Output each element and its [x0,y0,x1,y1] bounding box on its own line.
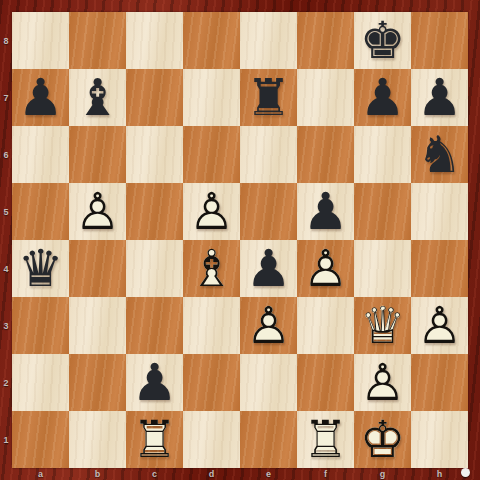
square-h5[interactable] [411,183,468,240]
square-b8[interactable] [69,12,126,69]
square-a3[interactable] [12,297,69,354]
white-piece-outline-glyph: ♙ [411,297,468,354]
white-pawn-piece[interactable]: ♟♙ [411,297,468,354]
square-c5[interactable] [126,183,183,240]
white-piece-outline-glyph: ♖ [126,411,183,468]
white-piece-outline-glyph: ♙ [297,240,354,297]
file-label-e: e [240,468,297,480]
square-c7[interactable] [126,69,183,126]
square-f7[interactable] [297,69,354,126]
black-piece-glyph: ♟ [126,354,183,411]
white-rook-piece[interactable]: ♜♖ [297,411,354,468]
rank-label-5: 5 [0,183,12,240]
file-label-c: c [126,468,183,480]
white-piece-outline-glyph: ♙ [69,183,126,240]
white-king-piece[interactable]: ♚♔ [354,411,411,468]
square-e8[interactable] [240,12,297,69]
square-g4[interactable] [354,240,411,297]
black-piece-glyph: ♟ [354,69,411,126]
square-e5[interactable] [240,183,297,240]
file-label-d: d [183,468,240,480]
square-c4[interactable] [126,240,183,297]
white-piece-outline-glyph: ♙ [354,354,411,411]
file-label-b: b [69,468,126,480]
black-pawn-piece[interactable]: ♟ [12,69,69,126]
black-queen-piece[interactable]: ♛ [12,240,69,297]
rank-label-4: 4 [0,240,12,297]
square-a4[interactable]: ♛ [12,240,69,297]
square-a8[interactable] [12,12,69,69]
square-a1[interactable] [12,411,69,468]
square-h7[interactable]: ♟ [411,69,468,126]
file-label-g: g [354,468,411,480]
rank-label-2: 2 [0,354,12,411]
square-f8[interactable] [297,12,354,69]
white-piece-outline-glyph: ♙ [240,297,297,354]
square-g3[interactable]: ♛♕ [354,297,411,354]
square-b7[interactable]: ♝ [69,69,126,126]
square-g7[interactable]: ♟ [354,69,411,126]
black-pawn-piece[interactable]: ♟ [126,354,183,411]
black-rook-piece[interactable]: ♜ [240,69,297,126]
square-d1[interactable] [183,411,240,468]
square-e6[interactable] [240,126,297,183]
white-piece-outline-glyph: ♙ [183,183,240,240]
square-g8[interactable]: ♚ [354,12,411,69]
white-bishop-piece[interactable]: ♝♗ [183,240,240,297]
white-piece-outline-glyph: ♖ [297,411,354,468]
square-c1[interactable]: ♜♖ [126,411,183,468]
black-bishop-piece[interactable]: ♝ [69,69,126,126]
file-label-h: h [411,468,468,480]
square-b2[interactable] [69,354,126,411]
square-d4[interactable]: ♝♗ [183,240,240,297]
square-b4[interactable] [69,240,126,297]
square-d2[interactable] [183,354,240,411]
rank-label-3: 3 [0,297,12,354]
black-piece-glyph: ♝ [69,69,126,126]
square-c6[interactable] [126,126,183,183]
square-g5[interactable] [354,183,411,240]
square-h3[interactable]: ♟♙ [411,297,468,354]
square-f5[interactable]: ♟ [297,183,354,240]
square-a7[interactable]: ♟ [12,69,69,126]
square-e4[interactable]: ♟ [240,240,297,297]
square-h4[interactable] [411,240,468,297]
file-label-f: f [297,468,354,480]
square-g1[interactable]: ♚♔ [354,411,411,468]
square-d8[interactable] [183,12,240,69]
black-piece-glyph: ♟ [297,183,354,240]
square-b5[interactable]: ♟♙ [69,183,126,240]
black-knight-piece[interactable]: ♞ [411,126,468,183]
square-f1[interactable]: ♜♖ [297,411,354,468]
square-h1[interactable] [411,411,468,468]
white-to-move-indicator [461,468,470,477]
black-piece-glyph: ♟ [240,240,297,297]
square-a6[interactable] [12,126,69,183]
white-queen-piece[interactable]: ♛♕ [354,297,411,354]
white-piece-outline-glyph: ♔ [354,411,411,468]
square-e7[interactable]: ♜ [240,69,297,126]
square-d3[interactable] [183,297,240,354]
white-pawn-piece[interactable]: ♟♙ [69,183,126,240]
black-pawn-piece[interactable]: ♟ [354,69,411,126]
black-piece-glyph: ♟ [12,69,69,126]
chess-board: ♚♟♝♜♟♟♞♟♙♟♙♟♛♝♗♟♟♙♟♙♛♕♟♙♟♟♙♜♖♜♖♚♔ [12,12,468,468]
square-b3[interactable] [69,297,126,354]
white-pawn-piece[interactable]: ♟♙ [297,240,354,297]
rank-label-6: 6 [0,126,12,183]
square-g2[interactable]: ♟♙ [354,354,411,411]
square-g6[interactable] [354,126,411,183]
white-piece-outline-glyph: ♗ [183,240,240,297]
black-piece-glyph: ♜ [240,69,297,126]
black-pawn-piece[interactable]: ♟ [297,183,354,240]
black-piece-glyph: ♚ [354,12,411,69]
black-piece-glyph: ♛ [12,240,69,297]
chess-board-frame: ♚♟♝♜♟♟♞♟♙♟♙♟♛♝♗♟♟♙♟♙♛♕♟♙♟♟♙♜♖♜♖♚♔ 876543… [0,0,480,480]
square-f2[interactable] [297,354,354,411]
square-c2[interactable]: ♟ [126,354,183,411]
white-pawn-piece[interactable]: ♟♙ [240,297,297,354]
rank-label-7: 7 [0,69,12,126]
square-f4[interactable]: ♟♙ [297,240,354,297]
square-h6[interactable]: ♞ [411,126,468,183]
square-h2[interactable] [411,354,468,411]
square-e2[interactable] [240,354,297,411]
square-d5[interactable]: ♟♙ [183,183,240,240]
black-piece-glyph: ♞ [411,126,468,183]
square-c8[interactable] [126,12,183,69]
black-pawn-piece[interactable]: ♟ [411,69,468,126]
white-pawn-piece[interactable]: ♟♙ [354,354,411,411]
white-pawn-piece[interactable]: ♟♙ [183,183,240,240]
black-pawn-piece[interactable]: ♟ [240,240,297,297]
square-d7[interactable] [183,69,240,126]
square-b6[interactable] [69,126,126,183]
white-rook-piece[interactable]: ♜♖ [126,411,183,468]
square-h8[interactable] [411,12,468,69]
black-piece-glyph: ♟ [411,69,468,126]
square-f3[interactable] [297,297,354,354]
rank-label-1: 1 [0,411,12,468]
rank-label-8: 8 [0,12,12,69]
white-piece-outline-glyph: ♕ [354,297,411,354]
file-label-a: a [12,468,69,480]
square-a5[interactable] [12,183,69,240]
square-e3[interactable]: ♟♙ [240,297,297,354]
square-d6[interactable] [183,126,240,183]
square-a2[interactable] [12,354,69,411]
square-b1[interactable] [69,411,126,468]
square-e1[interactable] [240,411,297,468]
black-king-piece[interactable]: ♚ [354,12,411,69]
square-c3[interactable] [126,297,183,354]
square-f6[interactable] [297,126,354,183]
